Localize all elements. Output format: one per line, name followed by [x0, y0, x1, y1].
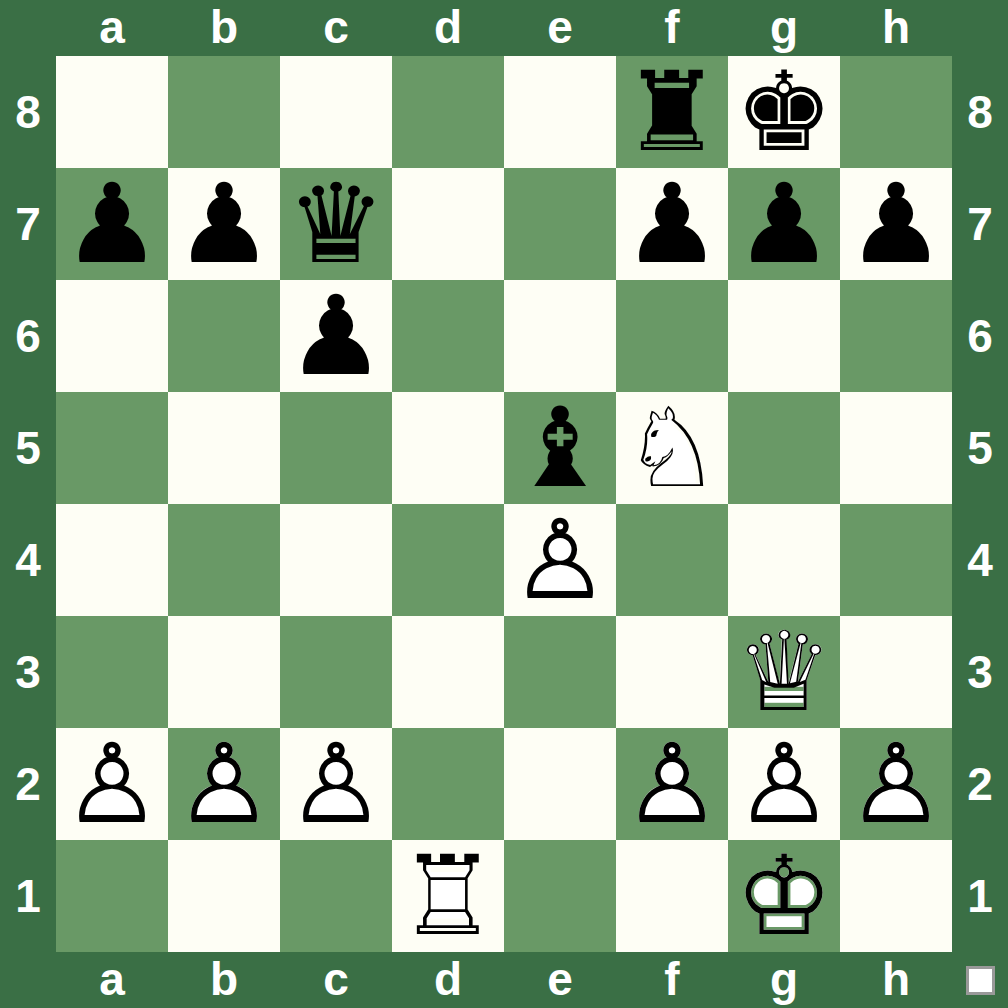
- piece-white-pawn[interactable]: ♟♙: [616, 728, 728, 840]
- piece-black-pawn[interactable]: ♟: [168, 168, 280, 280]
- square-b2[interactable]: ♟♙: [168, 728, 280, 840]
- square-g3[interactable]: ♛♕: [728, 616, 840, 728]
- piece-glyph: ♝: [504, 392, 616, 504]
- file-label-bottom-d: d: [392, 952, 504, 1008]
- rank-label-right-4: 4: [952, 504, 1008, 616]
- square-a1[interactable]: [56, 840, 168, 952]
- file-label-bottom-e: e: [504, 952, 616, 1008]
- square-b8[interactable]: [168, 56, 280, 168]
- square-h8[interactable]: [840, 56, 952, 168]
- square-g8[interactable]: ♚: [728, 56, 840, 168]
- square-d7[interactable]: [392, 168, 504, 280]
- square-h7[interactable]: ♟: [840, 168, 952, 280]
- square-e3[interactable]: [504, 616, 616, 728]
- piece-outline-glyph: ♕: [728, 616, 840, 728]
- file-label-top-b: b: [168, 0, 280, 56]
- rank-label-left-5: 5: [0, 392, 56, 504]
- piece-white-queen[interactable]: ♛♕: [728, 616, 840, 728]
- piece-black-pawn[interactable]: ♟: [840, 168, 952, 280]
- square-h3[interactable]: [840, 616, 952, 728]
- square-e8[interactable]: [504, 56, 616, 168]
- square-a7[interactable]: ♟: [56, 168, 168, 280]
- piece-glyph: ♟: [840, 168, 952, 280]
- square-a2[interactable]: ♟♙: [56, 728, 168, 840]
- square-e2[interactable]: [504, 728, 616, 840]
- square-g6[interactable]: [728, 280, 840, 392]
- square-b5[interactable]: [168, 392, 280, 504]
- square-d4[interactable]: [392, 504, 504, 616]
- rank-label-right-2: 2: [952, 728, 1008, 840]
- square-d2[interactable]: [392, 728, 504, 840]
- square-a4[interactable]: [56, 504, 168, 616]
- square-d6[interactable]: [392, 280, 504, 392]
- square-c6[interactable]: ♟: [280, 280, 392, 392]
- file-label-bottom-b: b: [168, 952, 280, 1008]
- square-b7[interactable]: ♟: [168, 168, 280, 280]
- square-f7[interactable]: ♟: [616, 168, 728, 280]
- square-g2[interactable]: ♟♙: [728, 728, 840, 840]
- square-g7[interactable]: ♟: [728, 168, 840, 280]
- piece-outline-glyph: ♙: [840, 728, 952, 840]
- piece-white-pawn[interactable]: ♟♙: [840, 728, 952, 840]
- piece-glyph: ♚: [728, 56, 840, 168]
- square-d3[interactable]: [392, 616, 504, 728]
- board-frame: ♜♚♟♟♛♟♟♟♟♝♞♘♟♙♛♕♟♙♟♙♟♙♟♙♟♙♟♙♜♖♚♔ aabbccd…: [0, 0, 1008, 1008]
- square-a3[interactable]: [56, 616, 168, 728]
- square-c3[interactable]: [280, 616, 392, 728]
- file-label-top-f: f: [616, 0, 728, 56]
- square-f2[interactable]: ♟♙: [616, 728, 728, 840]
- piece-black-pawn[interactable]: ♟: [56, 168, 168, 280]
- piece-outline-glyph: ♙: [280, 728, 392, 840]
- square-e1[interactable]: [504, 840, 616, 952]
- square-d1[interactable]: ♜♖: [392, 840, 504, 952]
- square-h2[interactable]: ♟♙: [840, 728, 952, 840]
- square-f1[interactable]: [616, 840, 728, 952]
- piece-outline-glyph: ♔: [728, 840, 840, 952]
- piece-glyph: ♟: [56, 168, 168, 280]
- rank-label-left-4: 4: [0, 504, 56, 616]
- piece-black-bishop[interactable]: ♝: [504, 392, 616, 504]
- square-f5[interactable]: ♞♘: [616, 392, 728, 504]
- piece-white-pawn[interactable]: ♟♙: [168, 728, 280, 840]
- file-label-top-g: g: [728, 0, 840, 56]
- square-h1[interactable]: [840, 840, 952, 952]
- piece-white-knight[interactable]: ♞♘: [616, 392, 728, 504]
- rank-label-right-3: 3: [952, 616, 1008, 728]
- square-e5[interactable]: ♝: [504, 392, 616, 504]
- rank-label-right-7: 7: [952, 168, 1008, 280]
- piece-black-queen[interactable]: ♛: [280, 168, 392, 280]
- rank-label-right-5: 5: [952, 392, 1008, 504]
- square-c5[interactable]: [280, 392, 392, 504]
- piece-black-pawn[interactable]: ♟: [616, 168, 728, 280]
- file-label-top-a: a: [56, 0, 168, 56]
- piece-white-pawn[interactable]: ♟♙: [280, 728, 392, 840]
- piece-glyph: ♟: [728, 168, 840, 280]
- piece-white-pawn[interactable]: ♟♙: [504, 504, 616, 616]
- piece-white-pawn[interactable]: ♟♙: [56, 728, 168, 840]
- piece-glyph: ♜: [616, 56, 728, 168]
- file-label-top-c: c: [280, 0, 392, 56]
- file-label-top-d: d: [392, 0, 504, 56]
- square-e4[interactable]: ♟♙: [504, 504, 616, 616]
- file-label-bottom-a: a: [56, 952, 168, 1008]
- square-a8[interactable]: [56, 56, 168, 168]
- square-d5[interactable]: [392, 392, 504, 504]
- file-label-bottom-h: h: [840, 952, 952, 1008]
- square-f3[interactable]: [616, 616, 728, 728]
- square-a5[interactable]: [56, 392, 168, 504]
- square-f4[interactable]: [616, 504, 728, 616]
- piece-white-rook[interactable]: ♜♖: [392, 840, 504, 952]
- square-c4[interactable]: [280, 504, 392, 616]
- square-c7[interactable]: ♛: [280, 168, 392, 280]
- rank-label-right-6: 6: [952, 280, 1008, 392]
- rank-label-left-6: 6: [0, 280, 56, 392]
- piece-outline-glyph: ♖: [392, 840, 504, 952]
- piece-outline-glyph: ♙: [168, 728, 280, 840]
- square-b3[interactable]: [168, 616, 280, 728]
- file-label-top-h: h: [840, 0, 952, 56]
- chess-board: ♜♚♟♟♛♟♟♟♟♝♞♘♟♙♛♕♟♙♟♙♟♙♟♙♟♙♟♙♜♖♚♔: [56, 56, 952, 952]
- square-b1[interactable]: [168, 840, 280, 952]
- square-d8[interactable]: [392, 56, 504, 168]
- square-h5[interactable]: [840, 392, 952, 504]
- rank-label-left-1: 1: [0, 840, 56, 952]
- rank-label-left-7: 7: [0, 168, 56, 280]
- piece-outline-glyph: ♙: [56, 728, 168, 840]
- piece-glyph: ♟: [616, 168, 728, 280]
- rank-label-left-3: 3: [0, 616, 56, 728]
- piece-white-pawn[interactable]: ♟♙: [728, 728, 840, 840]
- square-e7[interactable]: [504, 168, 616, 280]
- square-f8[interactable]: ♜: [616, 56, 728, 168]
- rank-label-right-8: 8: [952, 56, 1008, 168]
- square-b6[interactable]: [168, 280, 280, 392]
- square-c2[interactable]: ♟♙: [280, 728, 392, 840]
- piece-outline-glyph: ♙: [504, 504, 616, 616]
- piece-glyph: ♟: [280, 280, 392, 392]
- square-h4[interactable]: [840, 504, 952, 616]
- file-label-bottom-g: g: [728, 952, 840, 1008]
- square-b4[interactable]: [168, 504, 280, 616]
- square-a6[interactable]: [56, 280, 168, 392]
- piece-black-pawn[interactable]: ♟: [280, 280, 392, 392]
- piece-outline-glyph: ♙: [616, 728, 728, 840]
- piece-glyph: ♛: [280, 168, 392, 280]
- square-c1[interactable]: [280, 840, 392, 952]
- piece-black-rook[interactable]: ♜: [616, 56, 728, 168]
- piece-white-king[interactable]: ♚♔: [728, 840, 840, 952]
- piece-outline-glyph: ♙: [728, 728, 840, 840]
- piece-black-king[interactable]: ♚: [728, 56, 840, 168]
- file-label-bottom-f: f: [616, 952, 728, 1008]
- file-label-top-e: e: [504, 0, 616, 56]
- square-f6[interactable]: [616, 280, 728, 392]
- square-e6[interactable]: [504, 280, 616, 392]
- square-h6[interactable]: [840, 280, 952, 392]
- rank-label-left-8: 8: [0, 56, 56, 168]
- file-label-bottom-c: c: [280, 952, 392, 1008]
- white-to-move-indicator: [966, 966, 995, 995]
- piece-outline-glyph: ♘: [616, 392, 728, 504]
- square-c8[interactable]: [280, 56, 392, 168]
- piece-glyph: ♟: [168, 168, 280, 280]
- rank-label-right-1: 1: [952, 840, 1008, 952]
- square-g5[interactable]: [728, 392, 840, 504]
- rank-label-left-2: 2: [0, 728, 56, 840]
- square-g4[interactable]: [728, 504, 840, 616]
- square-g1[interactable]: ♚♔: [728, 840, 840, 952]
- piece-black-pawn[interactable]: ♟: [728, 168, 840, 280]
